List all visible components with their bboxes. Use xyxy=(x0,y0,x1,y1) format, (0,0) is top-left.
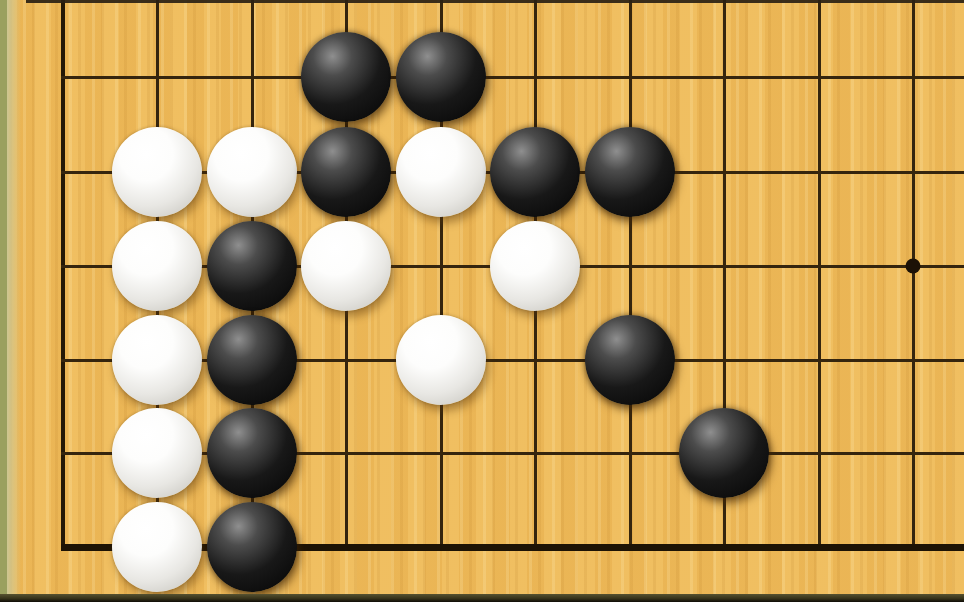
white-stone-B5 xyxy=(112,127,202,217)
grid-line-horizontal xyxy=(61,76,964,79)
white-stone-B2 xyxy=(112,408,202,498)
white-stone-D4 xyxy=(301,221,391,311)
white-stone-B4 xyxy=(112,221,202,311)
black-stone-G3 xyxy=(585,315,675,405)
grid-line-vertical xyxy=(818,0,821,550)
black-stone-H2 xyxy=(679,408,769,498)
white-stone-C5 xyxy=(207,127,297,217)
black-stone-C2 xyxy=(207,408,297,498)
top-border-line xyxy=(26,0,964,3)
black-stone-E6 xyxy=(396,32,486,122)
bottom-dark-bar xyxy=(0,594,964,602)
black-stone-F5 xyxy=(490,127,580,217)
go-app-frame xyxy=(0,0,964,602)
black-stone-C4 xyxy=(207,221,297,311)
black-stone-C1 xyxy=(207,502,297,592)
board-left-edge-line xyxy=(61,0,65,550)
black-stone-D5 xyxy=(301,127,391,217)
white-stone-B3 xyxy=(112,315,202,405)
black-stone-C3 xyxy=(207,315,297,405)
grid-line-vertical xyxy=(912,0,915,550)
white-stone-E3 xyxy=(396,315,486,405)
white-stone-B1 xyxy=(112,502,202,592)
go-board-grid[interactable] xyxy=(0,0,964,602)
white-stone-F4 xyxy=(490,221,580,311)
white-stone-E5 xyxy=(396,127,486,217)
star-point-hoshi xyxy=(906,259,921,274)
black-stone-D6 xyxy=(301,32,391,122)
grid-line-vertical xyxy=(629,0,632,550)
black-stone-G5 xyxy=(585,127,675,217)
